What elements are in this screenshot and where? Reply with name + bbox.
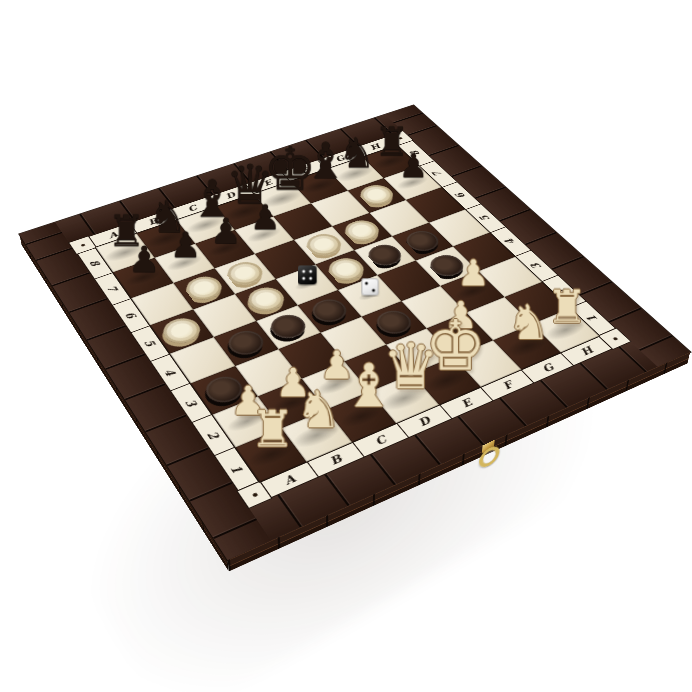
white-knight-g1[interactable]: ♞ (507, 298, 547, 346)
dark-checker-g5[interactable] (401, 227, 445, 254)
white-bishop-c1[interactable]: ♝ (342, 357, 380, 417)
die-pip (302, 270, 305, 273)
black-pawn-b7[interactable]: ♟ (170, 228, 199, 263)
white-knight-b1[interactable]: ♞ (295, 383, 338, 435)
die-pip (365, 282, 368, 285)
corner-dot-icon (251, 492, 257, 497)
white-pawn-g3[interactable]: ♟ (457, 255, 487, 291)
white-checker-a5[interactable] (158, 314, 206, 348)
white-rook-h1[interactable]: ♜ (547, 284, 584, 329)
white-rook-a1[interactable]: ♜ (250, 404, 291, 454)
dark-checker-c4[interactable] (265, 311, 311, 342)
perspective-scene: ABCDEFGH ABCDEFGH 87654321 87654321 ♜♞♝♛… (0, 0, 692, 692)
black-pawn-c7[interactable]: ♟ (210, 214, 239, 249)
black-die-d5[interactable] (297, 266, 316, 285)
white-checker-c5[interactable] (242, 283, 290, 315)
die-pip (371, 289, 374, 292)
corner-dot-icon (612, 337, 618, 341)
black-pawn-d7[interactable]: ♟ (250, 201, 279, 235)
dark-checker-d4[interactable] (307, 295, 353, 326)
product-photo-stage: ABCDEFGH ABCDEFGH 87654321 87654321 ♜♞♝♛… (0, 0, 692, 692)
die-pip (309, 270, 312, 273)
die-pip (309, 277, 312, 280)
corner-dot-icon (80, 243, 85, 246)
die-pip (302, 277, 305, 280)
black-pawn-a7[interactable]: ♟ (128, 242, 158, 278)
chess-board: ABCDEFGH ABCDEFGH 87654321 87654321 ♜♞♝♛… (19, 105, 690, 560)
white-die-e4[interactable] (361, 278, 378, 295)
